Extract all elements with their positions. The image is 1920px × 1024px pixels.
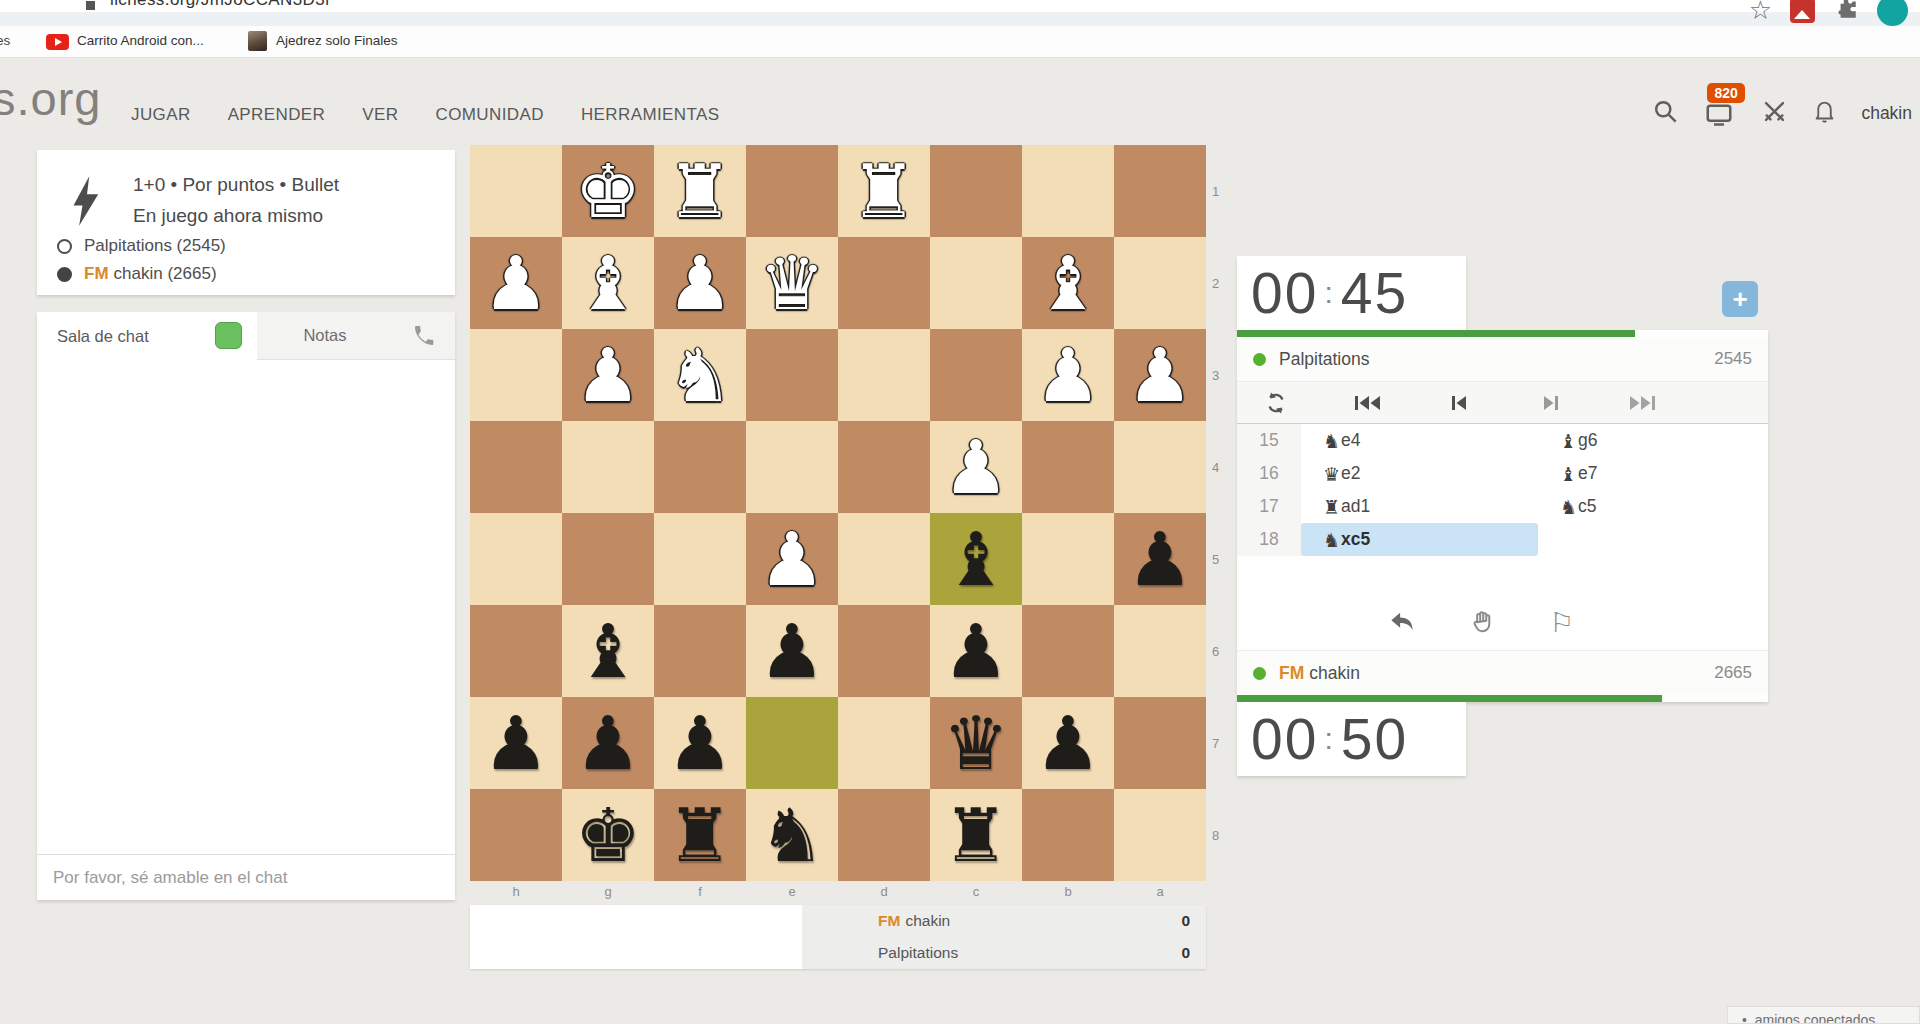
square-g5[interactable]	[562, 513, 654, 605]
square-g4[interactable]	[562, 421, 654, 513]
clock-digits: 00	[1251, 706, 1318, 772]
square-d7[interactable]	[838, 697, 930, 789]
square-d5[interactable]	[838, 513, 930, 605]
square-a4[interactable]	[1114, 421, 1206, 513]
rank-label-3: 3	[1212, 329, 1228, 421]
browser-actions: ☆	[1749, 0, 1908, 28]
square-f2[interactable]: ♟	[654, 237, 746, 329]
square-f3[interactable]: ♞	[654, 329, 746, 421]
square-b8[interactable]	[1022, 789, 1114, 881]
square-e5[interactable]: ♟	[746, 513, 838, 605]
player-name: chakin	[1309, 663, 1360, 683]
square-e3[interactable]	[746, 329, 838, 421]
square-c8[interactable]: ♜	[930, 789, 1022, 881]
flag-icon: ⚐	[1549, 607, 1573, 638]
score-player: Palpitations	[802, 944, 958, 962]
white-pawn: ♟	[759, 522, 825, 596]
square-c6[interactable]: ♟	[930, 605, 1022, 697]
black-rook: ♜	[667, 798, 733, 872]
rank-label-1: 1	[1212, 145, 1228, 237]
white-pawn: ♟	[667, 246, 733, 320]
move-empty	[1538, 523, 1768, 556]
site-logo[interactable]: s.org	[0, 71, 102, 126]
figurine-bishop: ♝	[1560, 463, 1577, 485]
move-18-white[interactable]: ♞xc5	[1301, 523, 1538, 556]
file-label-e: e	[746, 884, 838, 901]
white-pawn: ♟	[943, 430, 1009, 504]
square-f4[interactable]	[654, 421, 746, 513]
online-dot	[1253, 667, 1266, 680]
score-value: 0	[1181, 944, 1206, 962]
move-number-17: 17	[1237, 490, 1301, 523]
game-info-card: 1+0 • Por puntos • Bullet En juego ahora…	[37, 150, 455, 295]
square-g2[interactable]: ♝	[562, 237, 654, 329]
player-rating: 2665	[1714, 663, 1752, 683]
page-security-icon	[86, 1, 95, 10]
move-17-white[interactable]: ♜ad1	[1301, 490, 1538, 523]
chat-room-label: Sala de chat	[57, 327, 149, 346]
figurine-rook: ♜	[1323, 496, 1340, 518]
challenges-crossed-swords-icon[interactable]	[1761, 98, 1788, 129]
white-pawn: ♟	[1035, 338, 1101, 412]
square-g1[interactable]: ♚	[562, 145, 654, 237]
bookmark-item-ajedrez[interactable]: Ajedrez solo Finales	[276, 33, 398, 48]
black-player-title: FM	[84, 264, 109, 284]
chat-toggle[interactable]	[215, 322, 242, 349]
player-title: FM	[1279, 663, 1304, 683]
site-header: s.org JUGAR APRENDER VER COMUNIDAD HERRA…	[0, 59, 1920, 141]
move-list: 15♞e4♝g616♛e2♝e717♜ad1♞c518♞xc5	[1237, 424, 1768, 556]
hand-icon	[1469, 608, 1497, 636]
square-c4[interactable]: ♟	[930, 421, 1022, 513]
figurine-knight: ♞	[1323, 430, 1340, 452]
file-label-b: b	[1022, 884, 1114, 901]
white-pawn: ♟	[575, 338, 641, 412]
square-b4[interactable]	[1022, 421, 1114, 513]
square-b7[interactable]: ♟	[1022, 697, 1114, 789]
bullet-lightning-icon	[69, 176, 105, 230]
square-g7[interactable]: ♟	[562, 697, 654, 789]
resign-button[interactable]: ⚐	[1549, 607, 1573, 638]
extension-icon-red[interactable]	[1790, 0, 1815, 23]
bell-icon[interactable]	[1812, 98, 1837, 128]
friends-online-bar[interactable]: • amigos conectados	[1727, 1006, 1920, 1024]
square-a6[interactable]	[1114, 605, 1206, 697]
bookmark-star-icon[interactable]: ☆	[1749, 0, 1772, 25]
score-row-chakin: FMchakin 0	[802, 905, 1206, 937]
square-h2[interactable]: ♟	[470, 237, 562, 329]
friends-online-label: amigos conectados	[1755, 1012, 1876, 1024]
header-right: 820 chakin	[1652, 97, 1912, 129]
tv-broadcast-icon[interactable]: 820	[1703, 97, 1737, 129]
file-label-g: g	[562, 884, 654, 901]
white-king: ♚	[575, 154, 641, 228]
square-a5[interactable]: ♟	[1114, 513, 1206, 605]
square-h8[interactable]	[470, 789, 562, 881]
move-15-black[interactable]: ♝g6	[1538, 424, 1768, 457]
black-pawn: ♟	[575, 706, 641, 780]
square-a3[interactable]: ♟	[1114, 329, 1206, 421]
browser-url-bar[interactable]: lichess.org/JmJoCCAN3D3i	[0, 0, 1920, 12]
chat-panel: Sala de chat Notas	[37, 312, 455, 900]
first-move-icon[interactable]	[1351, 390, 1385, 416]
square-e8[interactable]: ♞	[746, 789, 838, 881]
white-rook: ♜	[851, 154, 917, 228]
square-d8[interactable]	[838, 789, 930, 881]
rank-label-2: 2	[1212, 237, 1228, 329]
bullet-dot: •	[1742, 1012, 1755, 1024]
figurine-queen: ♛	[1323, 463, 1340, 485]
nav-jugar[interactable]: JUGAR	[131, 105, 191, 125]
black-player-name: chakin (2665)	[114, 264, 217, 284]
square-f7[interactable]: ♟	[654, 697, 746, 789]
opponent-name: Palpitations	[1279, 349, 1369, 370]
square-a7[interactable]	[1114, 697, 1206, 789]
square-f6[interactable]	[654, 605, 746, 697]
search-icon[interactable]	[1652, 98, 1679, 129]
move-15-white[interactable]: ♞e4	[1301, 424, 1538, 457]
last-move-icon[interactable]	[1625, 390, 1659, 416]
black-knight: ♞	[759, 798, 825, 872]
square-h7[interactable]: ♟	[470, 697, 562, 789]
move-number-18: 18	[1237, 523, 1301, 556]
browser-profile-avatar[interactable]	[1877, 0, 1908, 26]
square-f5[interactable]	[654, 513, 746, 605]
square-g6[interactable]: ♝	[562, 605, 654, 697]
black-player-line[interactable]: FM chakin (2665)	[57, 264, 217, 284]
white-bishop: ♝	[575, 246, 641, 320]
file-label-d: d	[838, 884, 930, 901]
takeback-button[interactable]	[1387, 607, 1417, 637]
square-c2[interactable]	[930, 237, 1022, 329]
draw-offer-button[interactable]	[1469, 608, 1497, 636]
square-c7[interactable]: ♛	[930, 697, 1022, 789]
white-pawn: ♟	[1127, 338, 1193, 412]
white-rook: ♜	[667, 154, 733, 228]
clock-digits: 00	[1251, 260, 1318, 326]
square-b5[interactable]	[1022, 513, 1114, 605]
move-number-15: 15	[1237, 424, 1301, 457]
square-b2[interactable]: ♝	[1022, 237, 1114, 329]
square-a1[interactable]	[1114, 145, 1206, 237]
white-color-icon	[57, 239, 72, 254]
opponent-clock: 00:45	[1237, 256, 1466, 330]
score-title: FM	[878, 912, 900, 929]
chat-input[interactable]	[37, 868, 455, 888]
square-e1[interactable]	[746, 145, 838, 237]
bookmark-item-cut[interactable]: es	[0, 33, 10, 48]
player-clock-bar	[1237, 695, 1768, 702]
next-move-icon[interactable]	[1534, 390, 1568, 416]
square-h1[interactable]	[470, 145, 562, 237]
file-label-f: f	[654, 884, 746, 901]
square-b1[interactable]	[1022, 145, 1114, 237]
puzzle-extensions-icon[interactable]	[1833, 0, 1859, 25]
square-d6[interactable]	[838, 605, 930, 697]
chat-input-row	[37, 854, 455, 900]
phone-icon	[412, 324, 436, 348]
black-pawn: ♟	[483, 706, 549, 780]
clock-digits: 50	[1341, 706, 1408, 772]
url-text[interactable]: lichess.org/JmJoCCAN3D3i	[110, 0, 329, 10]
bookmark-item-carrito[interactable]: Carrito Android con...	[77, 33, 204, 48]
nav-aprender[interactable]: APRENDER	[228, 105, 326, 125]
square-d1[interactable]: ♜	[838, 145, 930, 237]
move-nav-bar	[1237, 382, 1768, 424]
score-row-palpitations: Palpitations 0	[802, 937, 1206, 969]
nav-comunidad[interactable]: COMUNIDAD	[435, 105, 543, 125]
square-e7[interactable]	[746, 697, 838, 789]
player-clock: 00:50	[1237, 702, 1466, 776]
youtube-icon	[46, 34, 69, 50]
chess-board: ♚♜♜♟♝♟♛♝♟♞♟♟♟♟♝♟♝♟♟♟♟♟♛♟♚♜♞♜	[470, 145, 1206, 881]
square-c5[interactable]: ♝	[930, 513, 1022, 605]
score-value: 0	[1181, 912, 1206, 930]
white-bishop: ♝	[1035, 246, 1101, 320]
square-e6[interactable]: ♟	[746, 605, 838, 697]
opponent-player-row[interactable]: Palpitations 2545	[1237, 337, 1768, 382]
square-g8[interactable]: ♚	[562, 789, 654, 881]
black-bishop: ♝	[943, 522, 1009, 596]
white-pawn: ♟	[483, 246, 549, 320]
square-h6[interactable]	[470, 605, 562, 697]
square-h4[interactable]	[470, 421, 562, 513]
square-a2[interactable]	[1114, 237, 1206, 329]
white-player-name: Palpitations (2545)	[84, 236, 226, 256]
move-17-black[interactable]: ♞c5	[1538, 490, 1768, 523]
square-f1[interactable]: ♜	[654, 145, 746, 237]
black-pawn: ♟	[1127, 522, 1193, 596]
zoom-plus-button[interactable]: +	[1722, 281, 1758, 317]
figurine-bishop: ♝	[1560, 430, 1577, 452]
rank-label-7: 7	[1212, 697, 1228, 789]
black-rook: ♜	[943, 798, 1009, 872]
time-control-label: 1+0 • Por puntos • Bullet	[133, 174, 339, 196]
nav-ver[interactable]: VER	[362, 105, 398, 125]
player-self-row[interactable]: FMchakin 2665	[1237, 650, 1768, 695]
file-label-c: c	[930, 884, 1022, 901]
square-c1[interactable]	[930, 145, 1022, 237]
thumbnail-favicon	[248, 31, 267, 51]
white-player-line[interactable]: Palpitations (2545)	[57, 236, 226, 256]
prev-move-icon[interactable]	[1442, 390, 1476, 416]
chat-messages-area	[37, 360, 455, 854]
square-e2[interactable]: ♛	[746, 237, 838, 329]
opponent-rating: 2545	[1714, 349, 1752, 369]
figurine-knight: ♞	[1560, 496, 1577, 518]
black-pawn: ♟	[759, 614, 825, 688]
notes-label: Notas	[303, 326, 346, 345]
rank-label-4: 4	[1212, 421, 1228, 513]
game-action-buttons: ⚐	[1215, 594, 1746, 650]
square-b6[interactable]	[1022, 605, 1114, 697]
logged-in-username[interactable]: chakin	[1861, 103, 1912, 124]
nav-herramientas[interactable]: HERRAMIENTAS	[581, 105, 720, 125]
online-dot	[1253, 353, 1266, 366]
black-queen: ♛	[943, 706, 1009, 780]
black-pawn: ♟	[1035, 706, 1101, 780]
white-queen: ♛	[759, 246, 825, 320]
chat-tabs: Sala de chat Notas	[37, 312, 455, 360]
black-pawn: ♟	[943, 614, 1009, 688]
clock-digits: 45	[1341, 260, 1408, 326]
square-h5[interactable]	[470, 513, 562, 605]
file-coordinates: hgfedcba	[470, 884, 1206, 901]
main-nav: JUGAR APRENDER VER COMUNIDAD HERRAMIENTA…	[131, 105, 720, 125]
figurine-knight: ♞	[1323, 529, 1340, 551]
move-16-black[interactable]: ♝e7	[1538, 457, 1768, 490]
square-e4[interactable]	[746, 421, 838, 513]
black-color-icon	[57, 267, 72, 282]
square-g3[interactable]: ♟	[562, 329, 654, 421]
phone-cell[interactable]	[393, 312, 455, 360]
score-name: FMchakin	[802, 912, 950, 930]
white-knight: ♞	[667, 338, 733, 412]
notification-count-badge: 820	[1707, 83, 1744, 103]
rank-coordinates: 12345678	[1212, 145, 1228, 881]
score-table: FMchakin 0 Palpitations 0	[470, 905, 1206, 969]
square-d4[interactable]	[838, 421, 930, 513]
clock-digits: :	[1324, 276, 1334, 310]
square-d3[interactable]	[838, 329, 930, 421]
rank-label-8: 8	[1212, 789, 1228, 881]
square-a8[interactable]	[1114, 789, 1206, 881]
square-c3[interactable]	[930, 329, 1022, 421]
black-bishop: ♝	[575, 614, 641, 688]
bookmarks-bar: es Carrito Android con... Ajedrez solo F…	[0, 26, 1920, 58]
black-king: ♚	[575, 798, 641, 872]
score-player: chakin	[905, 912, 950, 929]
opponent-clock-bar	[1237, 330, 1768, 337]
square-d2[interactable]	[838, 237, 930, 329]
black-pawn: ♟	[667, 706, 733, 780]
file-label-a: a	[1114, 884, 1206, 901]
game-status-label: En juego ahora mismo	[133, 205, 323, 227]
move-16-white[interactable]: ♛e2	[1301, 457, 1538, 490]
clock-digits: :	[1324, 722, 1334, 756]
square-f8[interactable]: ♜	[654, 789, 746, 881]
move-number-16: 16	[1237, 457, 1301, 490]
flip-cycle-icon[interactable]	[1259, 390, 1293, 416]
square-b3[interactable]: ♟	[1022, 329, 1114, 421]
game-side-panel: Palpitations 2545 15♞e4♝g616♛e2♝e717♜ad1…	[1237, 330, 1768, 702]
takeback-arrow-icon	[1387, 607, 1417, 637]
tab-notes[interactable]: Notas	[257, 312, 393, 360]
score-table-rows: FMchakin 0 Palpitations 0	[802, 905, 1206, 969]
square-h3[interactable]	[470, 329, 562, 421]
browser-toolbar-strip	[0, 12, 1920, 26]
file-label-h: h	[470, 884, 562, 901]
rank-label-5: 5	[1212, 513, 1228, 605]
